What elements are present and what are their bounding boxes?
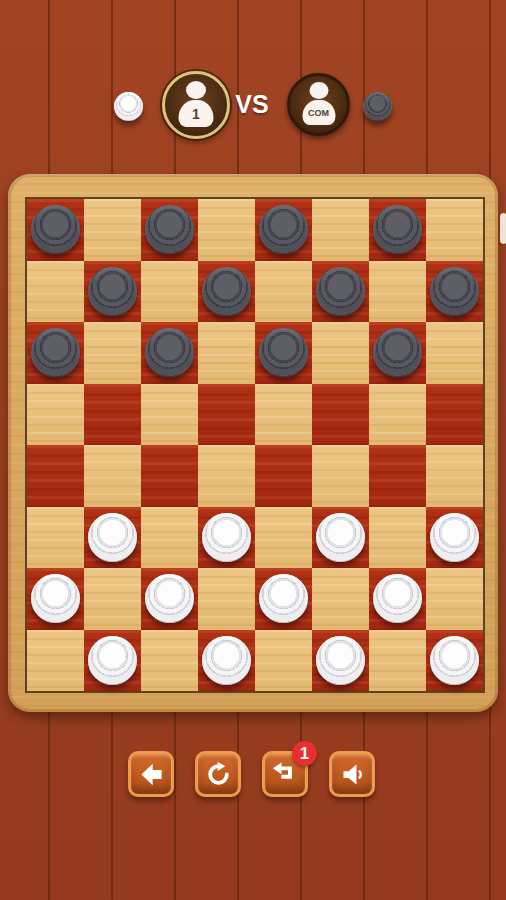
square-5-7[interactable]: [426, 507, 483, 569]
square-3-1[interactable]: [84, 384, 141, 446]
square-5-6[interactable]: [369, 507, 426, 569]
square-5-0[interactable]: [27, 507, 84, 569]
square-1-7[interactable]: [426, 261, 483, 323]
player1-label: 1: [179, 100, 214, 127]
restart-circular-arrow-icon: [205, 761, 232, 788]
square-2-5[interactable]: [312, 322, 369, 384]
light-piece[interactable]: [316, 636, 365, 685]
square-7-6[interactable]: [369, 630, 426, 692]
player2-person-icon: COM: [290, 76, 347, 133]
square-1-1[interactable]: [84, 261, 141, 323]
light-piece[interactable]: [316, 513, 365, 562]
square-7-2[interactable]: [141, 630, 198, 692]
board-frame: [8, 174, 498, 712]
square-7-1[interactable]: [84, 630, 141, 692]
square-6-0[interactable]: [27, 568, 84, 630]
light-piece[interactable]: [31, 574, 80, 623]
square-2-7[interactable]: [426, 322, 483, 384]
dark-piece[interactable]: [316, 267, 365, 316]
square-1-2[interactable]: [141, 261, 198, 323]
toolbar: 1: [128, 751, 375, 797]
square-7-4[interactable]: [255, 630, 312, 692]
square-0-0[interactable]: [27, 199, 84, 261]
vs-label: VS: [229, 90, 275, 119]
dark-piece[interactable]: [31, 328, 80, 377]
light-piece[interactable]: [145, 574, 194, 623]
player1-person-icon: 1: [165, 74, 227, 136]
player2-label: COM: [302, 100, 335, 125]
square-4-2[interactable]: [141, 445, 198, 507]
dark-checker-icon: [363, 92, 392, 121]
square-1-4[interactable]: [255, 261, 312, 323]
square-3-0[interactable]: [27, 384, 84, 446]
square-7-7[interactable]: [426, 630, 483, 692]
square-3-6[interactable]: [369, 384, 426, 446]
square-1-6[interactable]: [369, 261, 426, 323]
square-0-1[interactable]: [84, 199, 141, 261]
square-5-2[interactable]: [141, 507, 198, 569]
board-grid: [25, 197, 485, 693]
square-2-0[interactable]: [27, 322, 84, 384]
undo-count-badge: 1: [292, 741, 317, 766]
light-piece[interactable]: [88, 513, 137, 562]
square-6-6[interactable]: [369, 568, 426, 630]
player2-avatar: COM: [287, 73, 350, 136]
square-0-2[interactable]: [141, 199, 198, 261]
light-piece[interactable]: [430, 636, 479, 685]
square-3-5[interactable]: [312, 384, 369, 446]
square-2-4[interactable]: [255, 322, 312, 384]
square-0-3[interactable]: [198, 199, 255, 261]
square-4-7[interactable]: [426, 445, 483, 507]
square-2-6[interactable]: [369, 322, 426, 384]
square-1-3[interactable]: [198, 261, 255, 323]
person-head: [309, 82, 328, 99]
square-3-2[interactable]: [141, 384, 198, 446]
dark-piece[interactable]: [31, 205, 80, 254]
sound-button[interactable]: [329, 751, 375, 797]
dark-piece[interactable]: [145, 205, 194, 254]
square-5-5[interactable]: [312, 507, 369, 569]
square-4-6[interactable]: [369, 445, 426, 507]
square-6-1[interactable]: [84, 568, 141, 630]
square-0-5[interactable]: [312, 199, 369, 261]
square-4-5[interactable]: [312, 445, 369, 507]
square-2-1[interactable]: [84, 322, 141, 384]
square-7-5[interactable]: [312, 630, 369, 692]
restart-button[interactable]: [195, 751, 241, 797]
back-arrow-icon: [138, 761, 165, 788]
square-7-3[interactable]: [198, 630, 255, 692]
square-0-6[interactable]: [369, 199, 426, 261]
dark-piece[interactable]: [373, 205, 422, 254]
dark-piece[interactable]: [88, 267, 137, 316]
undo-button[interactable]: 1: [262, 751, 308, 797]
dark-piece[interactable]: [430, 267, 479, 316]
square-4-1[interactable]: [84, 445, 141, 507]
square-6-5[interactable]: [312, 568, 369, 630]
square-5-1[interactable]: [84, 507, 141, 569]
square-4-4[interactable]: [255, 445, 312, 507]
dark-piece[interactable]: [202, 267, 251, 316]
dark-piece[interactable]: [145, 328, 194, 377]
square-5-3[interactable]: [198, 507, 255, 569]
square-4-3[interactable]: [198, 445, 255, 507]
person-head: [186, 81, 206, 99]
speaker-icon: [339, 761, 366, 788]
light-checker-icon: [114, 92, 143, 121]
light-piece[interactable]: [373, 574, 422, 623]
square-4-0[interactable]: [27, 445, 84, 507]
player1-avatar: 1: [162, 71, 230, 139]
dark-piece[interactable]: [259, 205, 308, 254]
undo-hook-arrow-icon: [272, 761, 298, 787]
light-piece[interactable]: [202, 636, 251, 685]
dark-piece[interactable]: [259, 328, 308, 377]
square-6-4[interactable]: [255, 568, 312, 630]
light-piece[interactable]: [202, 513, 251, 562]
square-6-3[interactable]: [198, 568, 255, 630]
square-5-4[interactable]: [255, 507, 312, 569]
light-piece[interactable]: [259, 574, 308, 623]
scrollbar-thumb[interactable]: [500, 213, 506, 244]
square-3-4[interactable]: [255, 384, 312, 446]
square-6-7[interactable]: [426, 568, 483, 630]
square-1-5[interactable]: [312, 261, 369, 323]
back-button[interactable]: [128, 751, 174, 797]
dark-piece[interactable]: [373, 328, 422, 377]
light-piece[interactable]: [430, 513, 479, 562]
square-6-2[interactable]: [141, 568, 198, 630]
square-0-7[interactable]: [426, 199, 483, 261]
square-1-0[interactable]: [27, 261, 84, 323]
square-2-2[interactable]: [141, 322, 198, 384]
square-3-7[interactable]: [426, 384, 483, 446]
square-0-4[interactable]: [255, 199, 312, 261]
square-7-0[interactable]: [27, 630, 84, 692]
square-3-3[interactable]: [198, 384, 255, 446]
square-2-3[interactable]: [198, 322, 255, 384]
light-piece[interactable]: [88, 636, 137, 685]
